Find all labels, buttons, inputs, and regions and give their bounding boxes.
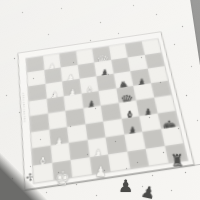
photo-background: ✣ ♟♛♟♟♟♟♝♞♟♟♛♝♟♟♟♚♝♟♚♟♜ ♟ ♟ bbox=[0, 0, 200, 200]
square-h4: ♟ bbox=[89, 154, 110, 174]
square-h8: ♜ bbox=[164, 143, 187, 163]
illegible-edge-marking bbox=[22, 93, 25, 123]
square-h2: ♚ bbox=[52, 160, 73, 181]
photo-scene: ✣ ♟♛♟♟♟♟♝♞♟♟♛♝♟♟♟♚♝♟♚♟♜ bbox=[0, 0, 200, 200]
square-h1 bbox=[33, 162, 53, 183]
square-h3 bbox=[70, 157, 91, 177]
checkerboard: ♟♛♟♟♟♟♝♞♟♟♛♝♟♟♟♚♝♟♚♟♜ bbox=[25, 38, 188, 184]
